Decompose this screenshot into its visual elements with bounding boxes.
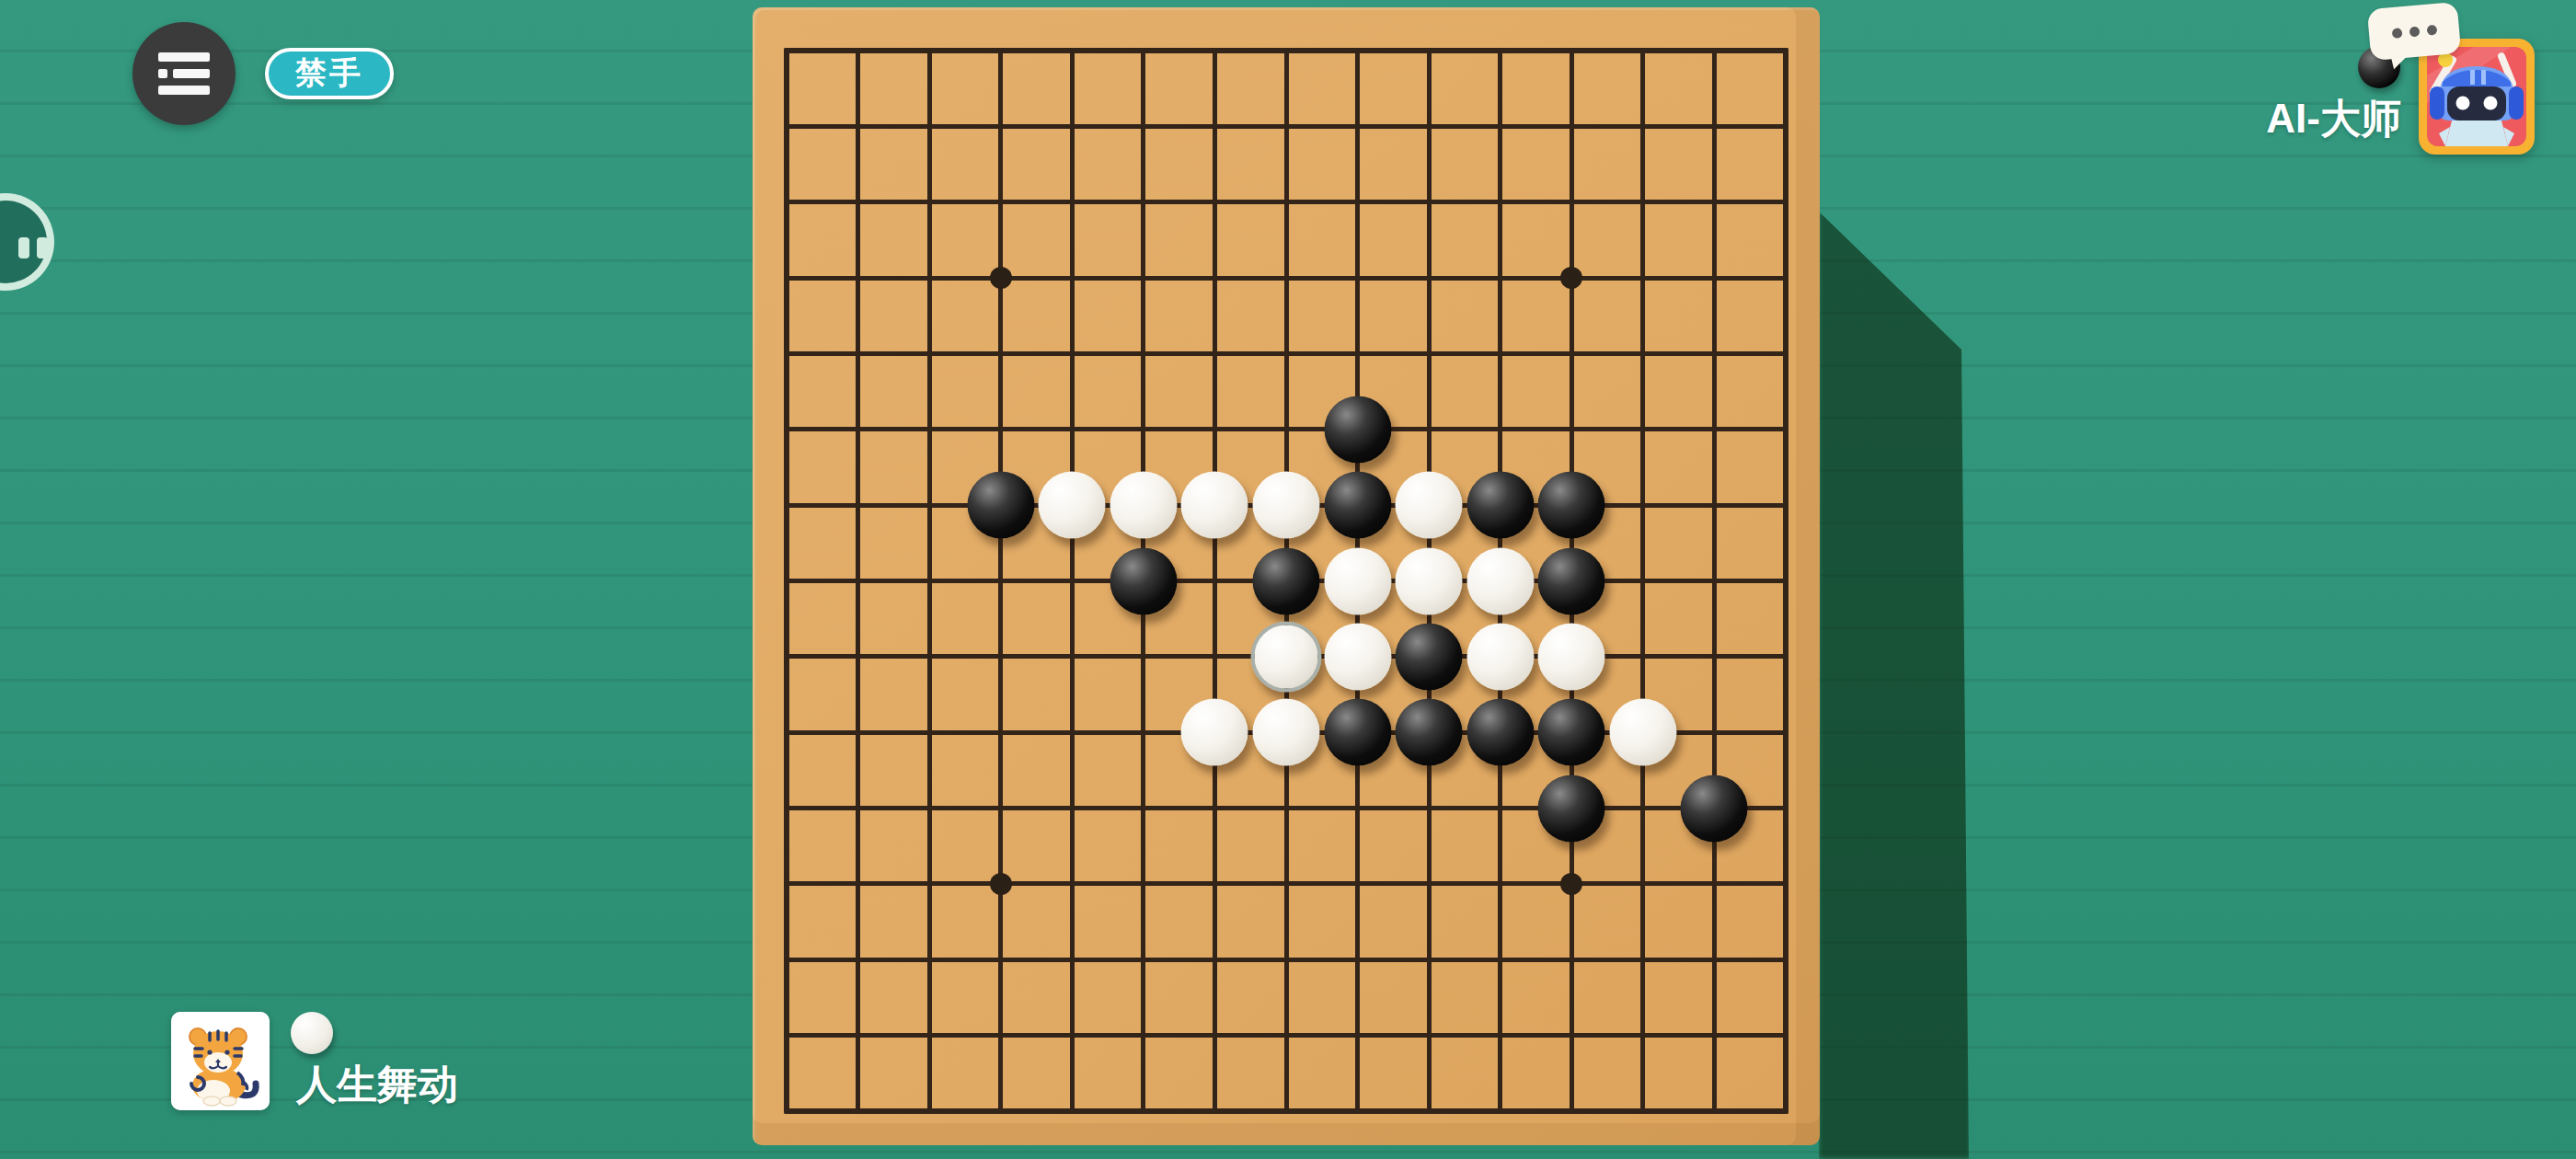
grid-line-horizontal <box>784 806 1788 810</box>
white-stone <box>1466 547 1534 614</box>
typing-dot <box>2391 28 2402 39</box>
menu-button[interactable] <box>132 22 236 125</box>
player-name: 人生舞动 <box>296 1058 458 1112</box>
black-stone <box>1466 699 1534 766</box>
black-stone <box>1396 699 1463 766</box>
white-stone <box>1181 472 1248 539</box>
black-stone <box>1324 472 1391 539</box>
grid-line-horizontal <box>784 958 1788 962</box>
star-point <box>990 873 1012 895</box>
game-screen: 禁手 AI-大师 <box>0 0 2576 1159</box>
board-grid <box>787 51 1786 1111</box>
rule-badge: 禁手 <box>265 48 394 99</box>
white-stone <box>1466 623 1534 690</box>
gomoku-board[interactable] <box>753 7 1820 1145</box>
black-stone <box>1466 472 1534 539</box>
typing-dot <box>2409 26 2420 37</box>
white-stone <box>1110 472 1177 539</box>
white-stone-last-move <box>1251 621 1322 692</box>
rule-badge-label: 禁手 <box>295 52 363 95</box>
grid-line-horizontal <box>784 881 1788 886</box>
grid-line-vertical <box>1712 48 1717 1114</box>
black-stone <box>1396 623 1463 690</box>
star-point <box>990 267 1012 289</box>
black-stone <box>1538 699 1605 766</box>
black-stone <box>1538 547 1605 614</box>
black-stone <box>1324 396 1391 463</box>
black-stone <box>1253 547 1320 614</box>
black-stone <box>1538 472 1605 539</box>
star-point <box>1560 873 1582 895</box>
white-stone <box>1324 623 1391 690</box>
white-stone <box>1396 472 1463 539</box>
black-stone <box>1110 547 1177 614</box>
black-stone <box>1324 699 1391 766</box>
black-stone <box>967 472 1034 539</box>
black-stone <box>1538 775 1605 842</box>
pause-icon <box>0 201 47 283</box>
typing-dot <box>2426 24 2437 35</box>
grid-line-vertical <box>1783 48 1788 1114</box>
white-stone <box>1324 547 1391 614</box>
player-stone-indicator <box>291 1012 333 1054</box>
white-stone <box>1253 472 1320 539</box>
white-stone <box>1253 699 1320 766</box>
grid-line-horizontal <box>784 1108 1788 1114</box>
grid-line-horizontal <box>784 1033 1788 1038</box>
grid-line-vertical <box>1640 48 1645 1114</box>
white-stone <box>1538 623 1605 690</box>
white-stone <box>1181 699 1248 766</box>
white-stone <box>1039 472 1106 539</box>
robot-avatar[interactable] <box>2419 39 2535 155</box>
black-stone <box>1681 775 1748 842</box>
board-cast-shadow <box>1819 212 1971 1159</box>
star-point <box>1560 267 1582 289</box>
white-stone <box>1396 547 1463 614</box>
pause-tab-button[interactable] <box>0 193 54 291</box>
tiger-avatar[interactable] <box>171 1012 270 1110</box>
opponent-name: AI-大师 <box>2144 92 2401 146</box>
white-stone <box>1609 699 1676 766</box>
chat-bubble <box>2367 2 2462 61</box>
